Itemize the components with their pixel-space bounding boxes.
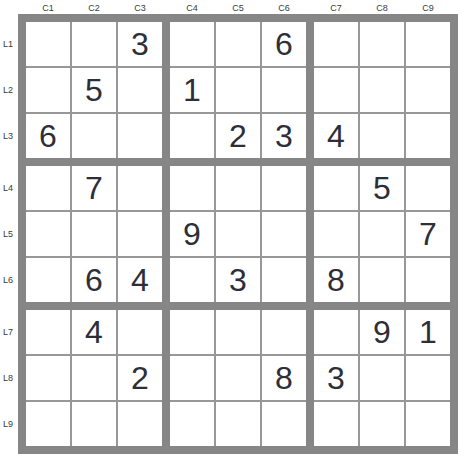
cell-L6C7[interactable]: 8 — [314, 258, 358, 302]
cell-L4C2[interactable]: 7 — [72, 166, 116, 210]
box-6: 578 — [314, 166, 450, 302]
cell-L3C1[interactable]: 6 — [26, 114, 70, 158]
cell-L6C9[interactable] — [406, 258, 450, 302]
cell-L9C1[interactable] — [26, 402, 70, 446]
col-label-C9: C9 — [422, 3, 434, 13]
cell-L6C1[interactable] — [26, 258, 70, 302]
column-labels: C1C2C3C4C5C6C7C8C9 — [18, 0, 458, 14]
cell-L1C9[interactable] — [406, 22, 450, 66]
row-label-L2: L2 — [3, 85, 13, 95]
cell-L8C1[interactable] — [26, 356, 70, 400]
row-label-L5: L5 — [3, 229, 13, 239]
cell-L7C1[interactable] — [26, 310, 70, 354]
cell-L6C8[interactable] — [360, 258, 404, 302]
box-8: 8 — [170, 310, 306, 446]
cell-L5C5[interactable] — [216, 212, 260, 256]
cell-L2C4[interactable]: 1 — [170, 68, 214, 112]
cell-L2C5[interactable] — [216, 68, 260, 112]
col-label-C8: C8 — [376, 3, 388, 13]
cell-L4C1[interactable] — [26, 166, 70, 210]
cell-L9C6[interactable] — [262, 402, 306, 446]
cell-L5C7[interactable] — [314, 212, 358, 256]
cell-L7C9[interactable]: 1 — [406, 310, 450, 354]
cell-L1C3[interactable]: 3 — [118, 22, 162, 66]
cell-L1C6[interactable]: 6 — [262, 22, 306, 66]
cell-L6C3[interactable]: 4 — [118, 258, 162, 302]
col-label-C6: C6 — [278, 3, 290, 13]
cell-L9C2[interactable] — [72, 402, 116, 446]
cell-L7C3[interactable] — [118, 310, 162, 354]
cell-L2C1[interactable] — [26, 68, 70, 112]
corner-spacer — [0, 0, 18, 14]
cell-L8C6[interactable]: 8 — [262, 356, 306, 400]
cell-L3C9[interactable] — [406, 114, 450, 158]
row-label-L7: L7 — [3, 327, 13, 337]
cell-L6C6[interactable] — [262, 258, 306, 302]
cell-L6C2[interactable]: 6 — [72, 258, 116, 302]
cell-L8C3[interactable]: 2 — [118, 356, 162, 400]
cell-L4C5[interactable] — [216, 166, 260, 210]
cell-L2C9[interactable] — [406, 68, 450, 112]
col-label-C7: C7 — [330, 3, 342, 13]
cell-L4C3[interactable] — [118, 166, 162, 210]
cell-L1C5[interactable] — [216, 22, 260, 66]
box-1: 356 — [26, 22, 162, 158]
cell-L7C4[interactable] — [170, 310, 214, 354]
cell-L8C5[interactable] — [216, 356, 260, 400]
cell-L5C4[interactable]: 9 — [170, 212, 214, 256]
col-label-C2: C2 — [88, 3, 100, 13]
cell-L7C6[interactable] — [262, 310, 306, 354]
cell-L8C7[interactable]: 3 — [314, 356, 358, 400]
cell-L2C2[interactable]: 5 — [72, 68, 116, 112]
cell-L5C3[interactable] — [118, 212, 162, 256]
row-labels: L1L2L3L4L5L6L7L8L9 — [0, 14, 18, 454]
row-label-L4: L4 — [3, 183, 13, 193]
cell-L5C9[interactable]: 7 — [406, 212, 450, 256]
cell-L9C8[interactable] — [360, 402, 404, 446]
cell-L2C3[interactable] — [118, 68, 162, 112]
box-7: 42 — [26, 310, 162, 446]
cell-L3C4[interactable] — [170, 114, 214, 158]
cell-L2C8[interactable] — [360, 68, 404, 112]
cell-L4C7[interactable] — [314, 166, 358, 210]
col-label-C4: C4 — [186, 3, 198, 13]
cell-L8C4[interactable] — [170, 356, 214, 400]
box-9: 913 — [314, 310, 450, 446]
cell-L6C5[interactable]: 3 — [216, 258, 260, 302]
cell-L4C6[interactable] — [262, 166, 306, 210]
cell-L9C3[interactable] — [118, 402, 162, 446]
cell-L1C7[interactable] — [314, 22, 358, 66]
cell-L7C2[interactable]: 4 — [72, 310, 116, 354]
cell-L7C8[interactable]: 9 — [360, 310, 404, 354]
cell-L3C5[interactable]: 2 — [216, 114, 260, 158]
box-4: 764 — [26, 166, 162, 302]
col-label-C1: C1 — [42, 3, 54, 13]
cell-L1C1[interactable] — [26, 22, 70, 66]
row-label-L3: L3 — [3, 131, 13, 141]
cell-L7C5[interactable] — [216, 310, 260, 354]
row-label-L9: L9 — [3, 419, 13, 429]
box-2: 6123 — [170, 22, 306, 158]
cell-L7C7[interactable] — [314, 310, 358, 354]
row-label-L8: L8 — [3, 373, 13, 383]
cell-L8C9[interactable] — [406, 356, 450, 400]
cell-L9C7[interactable] — [314, 402, 358, 446]
cell-L9C4[interactable] — [170, 402, 214, 446]
cell-L8C8[interactable] — [360, 356, 404, 400]
cell-L1C2[interactable] — [72, 22, 116, 66]
cell-L4C8[interactable]: 5 — [360, 166, 404, 210]
cell-L8C2[interactable] — [72, 356, 116, 400]
cell-L5C2[interactable] — [72, 212, 116, 256]
cell-L5C6[interactable] — [262, 212, 306, 256]
cell-L1C8[interactable] — [360, 22, 404, 66]
cell-L4C9[interactable] — [406, 166, 450, 210]
cell-L9C5[interactable] — [216, 402, 260, 446]
cell-L1C4[interactable] — [170, 22, 214, 66]
cell-L3C7[interactable]: 4 — [314, 114, 358, 158]
col-label-C5: C5 — [232, 3, 244, 13]
cell-L5C8[interactable] — [360, 212, 404, 256]
cell-L3C6[interactable]: 3 — [262, 114, 306, 158]
sudoku-page: C1C2C3C4C5C6C7C8C9 L1L2L3L4L5L6L7L8L9 35… — [0, 0, 466, 454]
cell-L3C2[interactable] — [72, 114, 116, 158]
cell-L3C8[interactable] — [360, 114, 404, 158]
cell-L5C1[interactable] — [26, 212, 70, 256]
col-label-C3: C3 — [134, 3, 146, 13]
box-5: 93 — [170, 166, 306, 302]
sudoku-board: 3566123476493578428913 — [18, 14, 458, 454]
row-label-L6: L6 — [3, 275, 13, 285]
cell-L2C7[interactable] — [314, 68, 358, 112]
cell-L4C4[interactable] — [170, 166, 214, 210]
row-label-L1: L1 — [3, 39, 13, 49]
cell-L3C3[interactable] — [118, 114, 162, 158]
cell-L6C4[interactable] — [170, 258, 214, 302]
cell-L9C9[interactable] — [406, 402, 450, 446]
cell-L2C6[interactable] — [262, 68, 306, 112]
box-3: 4 — [314, 22, 450, 158]
